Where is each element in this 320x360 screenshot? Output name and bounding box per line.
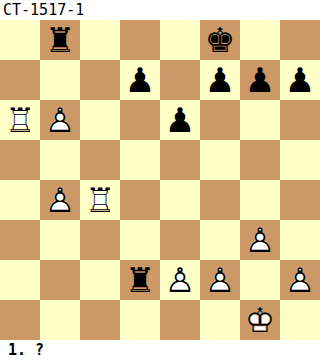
square-h5[interactable]: [280, 140, 320, 180]
square-b3[interactable]: [40, 220, 80, 260]
square-a8[interactable]: [0, 20, 40, 60]
square-b4[interactable]: ♟♙: [40, 180, 80, 220]
square-e8[interactable]: [160, 20, 200, 60]
square-f4[interactable]: [200, 180, 240, 220]
square-b8[interactable]: ♜: [40, 20, 80, 60]
square-a1[interactable]: [0, 300, 40, 340]
square-f2[interactable]: ♟♙: [200, 260, 240, 300]
square-e3[interactable]: [160, 220, 200, 260]
black-rook-icon: ♜: [120, 260, 160, 300]
black-pawn-icon: ♟: [120, 60, 160, 100]
square-d6[interactable]: [120, 100, 160, 140]
square-h7[interactable]: ♟: [280, 60, 320, 100]
square-g4[interactable]: [240, 180, 280, 220]
white-rook-icon: ♜♖: [0, 100, 40, 140]
square-b2[interactable]: [40, 260, 80, 300]
square-c8[interactable]: [80, 20, 120, 60]
square-c4[interactable]: ♜♖: [80, 180, 120, 220]
square-f5[interactable]: [200, 140, 240, 180]
square-g1[interactable]: ♚♔: [240, 300, 280, 340]
square-b5[interactable]: [40, 140, 80, 180]
square-a6[interactable]: ♜♖: [0, 100, 40, 140]
square-g8[interactable]: [240, 20, 280, 60]
square-b1[interactable]: [40, 300, 80, 340]
black-king-icon: ♚: [200, 20, 240, 60]
square-d2[interactable]: ♜: [120, 260, 160, 300]
square-g5[interactable]: [240, 140, 280, 180]
square-d7[interactable]: ♟: [120, 60, 160, 100]
square-e1[interactable]: [160, 300, 200, 340]
square-h2[interactable]: ♟♙: [280, 260, 320, 300]
square-h8[interactable]: [280, 20, 320, 60]
square-a3[interactable]: [0, 220, 40, 260]
square-a7[interactable]: [0, 60, 40, 100]
square-f6[interactable]: [200, 100, 240, 140]
square-a4[interactable]: [0, 180, 40, 220]
square-e7[interactable]: [160, 60, 200, 100]
puzzle-title: CT-1517-1: [0, 0, 320, 20]
square-h3[interactable]: [280, 220, 320, 260]
square-h4[interactable]: [280, 180, 320, 220]
square-d1[interactable]: [120, 300, 160, 340]
square-b7[interactable]: [40, 60, 80, 100]
white-pawn-icon: ♟♙: [240, 220, 280, 260]
square-e6[interactable]: ♟: [160, 100, 200, 140]
square-g7[interactable]: ♟: [240, 60, 280, 100]
black-pawn-icon: ♟: [160, 100, 200, 140]
square-c2[interactable]: [80, 260, 120, 300]
square-d4[interactable]: [120, 180, 160, 220]
square-g2[interactable]: [240, 260, 280, 300]
square-g3[interactable]: ♟♙: [240, 220, 280, 260]
square-f8[interactable]: ♚: [200, 20, 240, 60]
square-c1[interactable]: [80, 300, 120, 340]
square-g6[interactable]: [240, 100, 280, 140]
black-pawn-icon: ♟: [200, 60, 240, 100]
white-rook-icon: ♜♖: [80, 180, 120, 220]
white-pawn-icon: ♟♙: [40, 100, 80, 140]
square-c6[interactable]: [80, 100, 120, 140]
square-f1[interactable]: [200, 300, 240, 340]
square-f3[interactable]: [200, 220, 240, 260]
square-h6[interactable]: [280, 100, 320, 140]
move-prompt: 1. ?: [0, 340, 320, 360]
square-d3[interactable]: [120, 220, 160, 260]
square-e2[interactable]: ♟♙: [160, 260, 200, 300]
square-c5[interactable]: [80, 140, 120, 180]
black-pawn-icon: ♟: [240, 60, 280, 100]
black-pawn-icon: ♟: [280, 60, 320, 100]
square-a2[interactable]: [0, 260, 40, 300]
square-b6[interactable]: ♟♙: [40, 100, 80, 140]
white-pawn-icon: ♟♙: [160, 260, 200, 300]
board: ♜♚♟♟♟♟♜♖♟♙♟♟♙♜♖♟♙♜♟♙♟♙♟♙♚♔: [0, 20, 320, 340]
square-d8[interactable]: [120, 20, 160, 60]
square-f7[interactable]: ♟: [200, 60, 240, 100]
white-pawn-icon: ♟♙: [200, 260, 240, 300]
chess-trainer-window: CT-1517-1 ♜♚♟♟♟♟♜♖♟♙♟♟♙♜♖♟♙♜♟♙♟♙♟♙♚♔ 1. …: [0, 0, 320, 360]
square-h1[interactable]: [280, 300, 320, 340]
square-e4[interactable]: [160, 180, 200, 220]
white-king-icon: ♚♔: [240, 300, 280, 340]
square-a5[interactable]: [0, 140, 40, 180]
square-e5[interactable]: [160, 140, 200, 180]
square-c7[interactable]: [80, 60, 120, 100]
white-pawn-icon: ♟♙: [40, 180, 80, 220]
square-c3[interactable]: [80, 220, 120, 260]
black-rook-icon: ♜: [40, 20, 80, 60]
square-d5[interactable]: [120, 140, 160, 180]
white-pawn-icon: ♟♙: [280, 260, 320, 300]
